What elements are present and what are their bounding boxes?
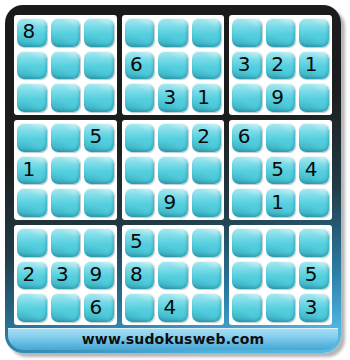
sudoku-cell-r1c9[interactable]: [299, 18, 329, 47]
sudoku-cell-r8c4[interactable]: 8: [125, 261, 155, 290]
sudoku-cell-r8c6[interactable]: [192, 261, 222, 290]
sudoku-cell-r6c4[interactable]: [125, 188, 155, 217]
sudoku-cell-r5c3[interactable]: [84, 156, 114, 185]
sudoku-cell-r4c5[interactable]: [158, 123, 188, 152]
sudoku-cell-r6c8[interactable]: 1: [266, 188, 296, 217]
given-digit: 3: [164, 87, 177, 107]
sudoku-cell-r1c7[interactable]: [232, 18, 262, 47]
sudoku-cell-r4c2[interactable]: [51, 123, 81, 152]
sudoku-box: 2396: [14, 225, 117, 325]
sudoku-cell-r6c1[interactable]: [17, 188, 47, 217]
given-digit: 8: [22, 21, 35, 41]
sudoku-cell-r4c3[interactable]: 5: [84, 123, 114, 152]
sudoku-cell-r4c6[interactable]: 2: [192, 123, 222, 152]
sudoku-cell-r1c2[interactable]: [51, 18, 81, 47]
sudoku-box: 6541: [229, 120, 332, 220]
sudoku-cell-r9c1[interactable]: [17, 293, 47, 322]
sudoku-cell-r5c1[interactable]: 1: [17, 156, 47, 185]
sudoku-cell-r8c2[interactable]: 3: [51, 261, 81, 290]
sudoku-cell-r7c6[interactable]: [192, 228, 222, 257]
sudoku-cell-r3c4[interactable]: [125, 83, 155, 112]
sudoku-cell-r3c5[interactable]: 3: [158, 83, 188, 112]
sudoku-cell-r5c2[interactable]: [51, 156, 81, 185]
sudoku-cell-r3c2[interactable]: [51, 83, 81, 112]
sudoku-cell-r7c2[interactable]: [51, 228, 81, 257]
sudoku-cell-r4c1[interactable]: [17, 123, 47, 152]
sudoku-cell-r2c5[interactable]: [158, 51, 188, 80]
sudoku-cell-r7c7[interactable]: [232, 228, 262, 257]
sudoku-cell-r2c3[interactable]: [84, 51, 114, 80]
sudoku-cell-r1c4[interactable]: [125, 18, 155, 47]
sudoku-cell-r6c2[interactable]: [51, 188, 81, 217]
footer-bar: www.sudokusweb.com: [8, 328, 338, 350]
sudoku-cell-r1c6[interactable]: [192, 18, 222, 47]
sudoku-cell-r6c7[interactable]: [232, 188, 262, 217]
sudoku-cell-r8c8[interactable]: [266, 261, 296, 290]
given-digit: 5: [90, 126, 103, 146]
sudoku-cell-r3c3[interactable]: [84, 83, 114, 112]
sudoku-box: 29: [122, 120, 225, 220]
sudoku-cell-r7c1[interactable]: [17, 228, 47, 257]
given-digit: 4: [305, 159, 318, 179]
sudoku-cell-r5c7[interactable]: [232, 156, 262, 185]
sudoku-cell-r5c8[interactable]: 5: [266, 156, 296, 185]
sudoku-cell-r8c3[interactable]: 9: [84, 261, 114, 290]
sudoku-cell-r6c3[interactable]: [84, 188, 114, 217]
sudoku-cell-r1c8[interactable]: [266, 18, 296, 47]
sudoku-cell-r2c2[interactable]: [51, 51, 81, 80]
sudoku-box: 53: [229, 225, 332, 325]
sudoku-cell-r7c5[interactable]: [158, 228, 188, 257]
sudoku-cell-r6c5[interactable]: 9: [158, 188, 188, 217]
sudoku-cell-r9c4[interactable]: [125, 293, 155, 322]
given-digit: 9: [271, 87, 284, 107]
sudoku-box: 8: [14, 15, 117, 115]
sudoku-cell-r2c6[interactable]: [192, 51, 222, 80]
sudoku-cell-r2c1[interactable]: [17, 51, 47, 80]
given-digit: 1: [305, 54, 318, 74]
sudoku-cell-r6c9[interactable]: [299, 188, 329, 217]
given-digit: 6: [90, 297, 103, 317]
sudoku-cell-r9c2[interactable]: [51, 293, 81, 322]
sudoku-cell-r8c9[interactable]: 5: [299, 261, 329, 290]
sudoku-cell-r7c9[interactable]: [299, 228, 329, 257]
given-digit: 2: [22, 264, 35, 284]
given-digit: 8: [130, 264, 143, 284]
sudoku-cell-r6c6[interactable]: [192, 188, 222, 217]
sudoku-cell-r5c6[interactable]: [192, 156, 222, 185]
given-digit: 5: [130, 231, 143, 251]
given-digit: 2: [197, 126, 210, 146]
given-digit: 6: [238, 126, 251, 146]
sudoku-cell-r5c5[interactable]: [158, 156, 188, 185]
sudoku-box: 584: [122, 225, 225, 325]
sudoku-box: 51: [14, 120, 117, 220]
sudoku-cell-r4c8[interactable]: [266, 123, 296, 152]
sudoku-cell-r8c1[interactable]: 2: [17, 261, 47, 290]
given-digit: 9: [90, 264, 103, 284]
sudoku-cell-r9c5[interactable]: 4: [158, 293, 188, 322]
sudoku-page: 8631321951296541239658453 www.sudokusweb…: [0, 0, 350, 360]
sudoku-cell-r1c5[interactable]: [158, 18, 188, 47]
sudoku-cell-r9c3[interactable]: 6: [84, 293, 114, 322]
sudoku-cell-r9c9[interactable]: 3: [299, 293, 329, 322]
sudoku-cell-r2c8[interactable]: 2: [266, 51, 296, 80]
sudoku-cell-r9c8[interactable]: [266, 293, 296, 322]
board-frame: 8631321951296541239658453 www.sudokusweb…: [5, 5, 341, 353]
sudoku-board: 8631321951296541239658453: [14, 15, 332, 325]
sudoku-cell-r9c6[interactable]: [192, 293, 222, 322]
sudoku-box: 3219: [229, 15, 332, 115]
sudoku-cell-r9c7[interactable]: [232, 293, 262, 322]
sudoku-cell-r1c1[interactable]: 8: [17, 18, 47, 47]
sudoku-cell-r7c8[interactable]: [266, 228, 296, 257]
sudoku-cell-r2c7[interactable]: 3: [232, 51, 262, 80]
given-digit: 3: [305, 297, 318, 317]
sudoku-cell-r4c9[interactable]: [299, 123, 329, 152]
sudoku-cell-r3c8[interactable]: 9: [266, 83, 296, 112]
sudoku-cell-r4c4[interactable]: [125, 123, 155, 152]
sudoku-cell-r8c7[interactable]: [232, 261, 262, 290]
sudoku-cell-r3c6[interactable]: 1: [192, 83, 222, 112]
given-digit: 2: [271, 54, 284, 74]
sudoku-cell-r2c9[interactable]: 1: [299, 51, 329, 80]
given-digit: 5: [271, 159, 284, 179]
given-digit: 3: [238, 54, 251, 74]
sudoku-cell-r2c4[interactable]: 6: [125, 51, 155, 80]
sudoku-cell-r7c4[interactable]: 5: [125, 228, 155, 257]
sudoku-cell-r5c9[interactable]: 4: [299, 156, 329, 185]
given-digit: 5: [305, 264, 318, 284]
sudoku-cell-r3c7[interactable]: [232, 83, 262, 112]
sudoku-cell-r3c1[interactable]: [17, 83, 47, 112]
given-digit: 6: [130, 54, 143, 74]
given-digit: 9: [164, 192, 177, 212]
sudoku-cell-r1c3[interactable]: [84, 18, 114, 47]
given-digit: 4: [164, 297, 177, 317]
given-digit: 3: [56, 264, 69, 284]
sudoku-cell-r8c5[interactable]: [158, 261, 188, 290]
sudoku-cell-r3c9[interactable]: [299, 83, 329, 112]
given-digit: 1: [197, 87, 210, 107]
sudoku-cell-r4c7[interactable]: 6: [232, 123, 262, 152]
sudoku-cell-r7c3[interactable]: [84, 228, 114, 257]
given-digit: 1: [22, 159, 35, 179]
sudoku-box: 631: [122, 15, 225, 115]
sudoku-cell-r5c4[interactable]: [125, 156, 155, 185]
given-digit: 1: [271, 192, 284, 212]
site-url[interactable]: www.sudokusweb.com: [82, 331, 265, 347]
